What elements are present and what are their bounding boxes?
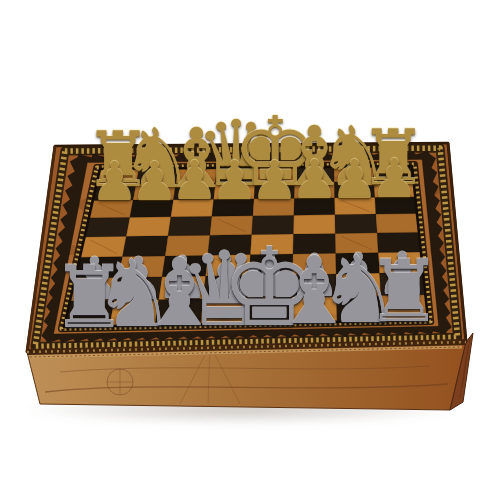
piece-silver-rook-h1[interactable]: ♜ bbox=[366, 249, 443, 335]
pieces-layer: ♜♞♝♛♚♝♞♜♟♟♟♟♟♟♟♟♟♟♟♟♟♟♟♟♜♞♝♛♚♝♞♜ bbox=[0, 0, 480, 480]
chess-set-photo: ♜♞♝♛♚♝♞♜♟♟♟♟♟♟♟♟♟♟♟♟♟♟♟♟♜♞♝♛♚♝♞♜ bbox=[0, 0, 480, 480]
piece-brass-pawn-h7[interactable]: ♟ bbox=[370, 152, 418, 206]
